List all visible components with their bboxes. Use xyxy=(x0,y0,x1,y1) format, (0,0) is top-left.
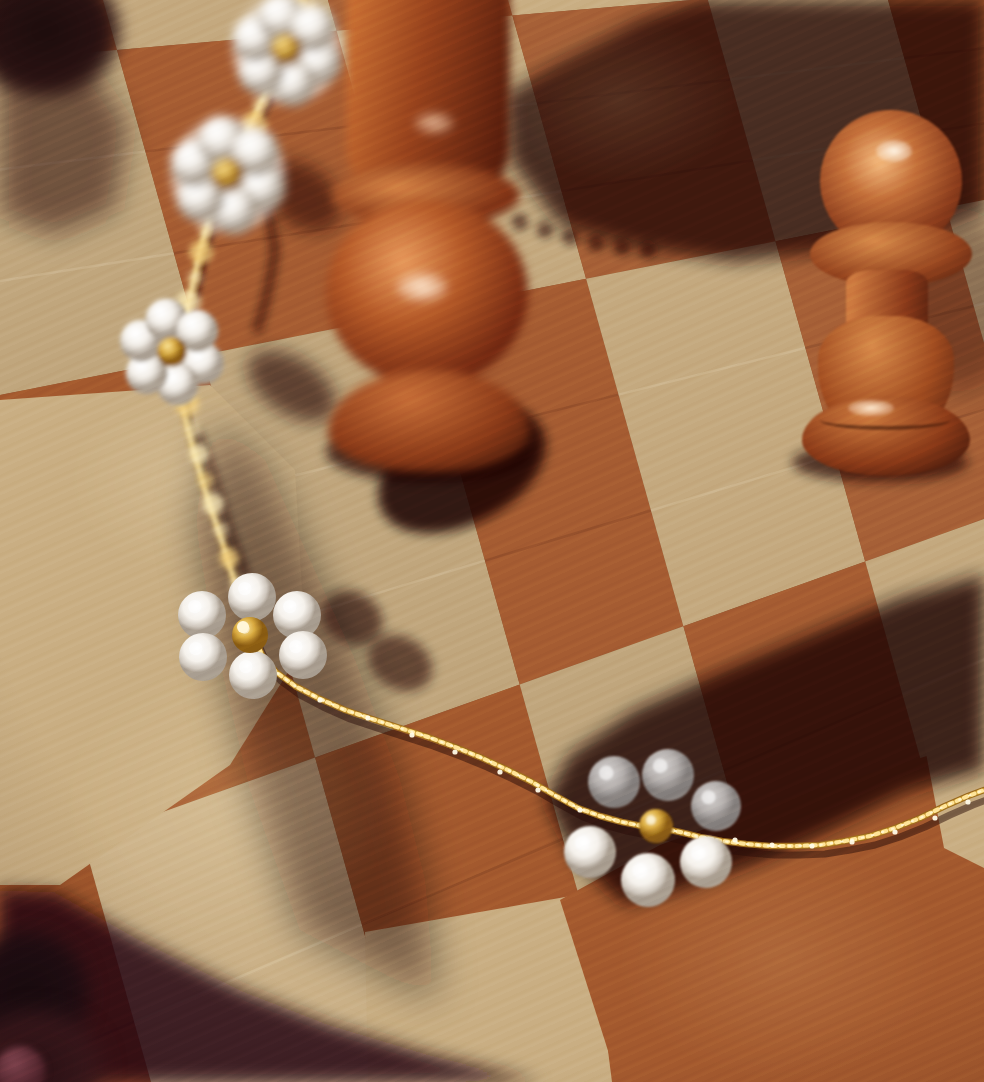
vignette-overlay xyxy=(0,0,984,1082)
photo-scene xyxy=(0,0,984,1082)
